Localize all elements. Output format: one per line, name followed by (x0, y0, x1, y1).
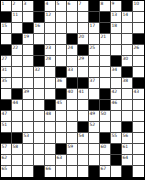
cell-r1c7[interactable] (78, 12, 89, 23)
clue-number-65: 65 (2, 166, 8, 171)
cell-r6c1[interactable] (12, 67, 23, 78)
black-cell-r6c5 (56, 67, 67, 78)
cell-r12c2[interactable]: 53 (23, 133, 34, 144)
cell-r0c6[interactable]: 6 (67, 1, 78, 12)
cell-r7c8[interactable]: 37 (89, 78, 100, 89)
clue-number-29: 29 (79, 56, 85, 61)
clue-number-20: 20 (79, 34, 85, 39)
cell-r5c4[interactable]: 28 (45, 56, 56, 67)
clue-number-30: 30 (123, 56, 129, 61)
black-cell-r3c1 (12, 34, 23, 45)
cell-r7c4[interactable] (45, 78, 56, 89)
cell-r0c5[interactable]: 5 (56, 1, 67, 12)
black-cell-r2c9 (100, 23, 111, 34)
clue-number-31: 31 (2, 67, 8, 72)
cell-r12c8[interactable] (89, 133, 100, 144)
cell-r2c8[interactable]: 17 (89, 23, 100, 34)
cell-r15c2[interactable] (23, 166, 34, 177)
clue-number-3: 3 (24, 1, 27, 6)
cell-r7c0[interactable]: 35 (1, 78, 12, 89)
black-cell-r8c5 (56, 89, 67, 100)
cell-r5c7[interactable]: 29 (78, 56, 89, 67)
clue-number-25: 25 (90, 45, 96, 50)
cell-r2c10[interactable]: 18 (111, 23, 122, 34)
black-cell-r13c10 (111, 144, 122, 155)
cell-r3c0[interactable] (1, 34, 12, 45)
cell-r10c8[interactable]: 49 (89, 111, 100, 122)
cell-r5c5[interactable] (56, 56, 67, 67)
clue-number-37: 37 (90, 78, 96, 83)
clue-number-43: 43 (134, 89, 140, 94)
cell-r12c12[interactable] (133, 133, 144, 144)
cell-r14c4[interactable] (45, 155, 56, 166)
clue-number-42: 42 (112, 89, 118, 94)
clue-number-59: 59 (68, 144, 74, 149)
clue-number-5: 5 (57, 1, 60, 6)
clue-number-54: 54 (79, 133, 85, 138)
cell-r4c2[interactable] (23, 45, 34, 56)
clue-number-7: 7 (79, 1, 82, 6)
cell-r13c0[interactable]: 57 (1, 144, 12, 155)
clue-number-40: 40 (68, 89, 74, 94)
cell-r15c5[interactable] (56, 166, 67, 177)
cell-r10c12[interactable] (133, 111, 144, 122)
clue-number-39: 39 (24, 89, 30, 94)
cell-r4c6[interactable]: 24 (67, 45, 78, 56)
cell-r12c11[interactable]: 56 (122, 133, 133, 144)
black-cell-r12c0 (1, 133, 12, 144)
clue-number-14: 14 (123, 12, 129, 17)
cell-r4c4[interactable]: 23 (45, 45, 56, 56)
clue-number-22: 22 (13, 45, 19, 50)
clue-number-48: 48 (46, 111, 52, 116)
black-cell-r14c10 (111, 155, 122, 166)
cell-r15c1[interactable] (12, 166, 23, 177)
cell-r9c5[interactable]: 45 (56, 100, 67, 111)
cell-r7c10[interactable] (111, 78, 122, 89)
cell-r0c9[interactable]: 8 (100, 1, 111, 12)
cell-r12c5[interactable] (56, 133, 67, 144)
cell-r6c9[interactable] (100, 67, 111, 78)
cell-r3c5[interactable] (56, 34, 67, 45)
black-cell-r0c8 (89, 1, 100, 12)
cell-r7c5[interactable]: 36 (56, 78, 67, 89)
cell-r5c8[interactable] (89, 56, 100, 67)
cell-r10c2[interactable] (23, 111, 34, 122)
clue-number-38: 38 (123, 78, 129, 83)
cell-r0c10[interactable]: 9 (111, 1, 122, 12)
clue-number-11: 11 (13, 12, 19, 17)
black-cell-r5c10 (111, 56, 122, 67)
black-cell-r11c11 (122, 122, 133, 133)
cell-r10c9[interactable]: 50 (100, 111, 111, 122)
cell-r0c1[interactable]: 2 (12, 1, 23, 12)
black-cell-r15c3 (34, 166, 45, 177)
black-cell-r12c9 (100, 133, 111, 144)
clue-number-9: 9 (112, 1, 115, 6)
clue-number-64: 64 (123, 155, 129, 160)
cell-r11c9[interactable] (100, 122, 111, 133)
cell-r7c1[interactable] (12, 78, 23, 89)
cell-r6c6[interactable]: 33 (67, 67, 78, 78)
cell-r6c8[interactable] (89, 67, 100, 78)
clue-number-57: 57 (2, 144, 8, 149)
cell-r14c5[interactable]: 63 (56, 155, 67, 166)
clue-number-58: 58 (13, 144, 19, 149)
clue-number-60: 60 (101, 144, 107, 149)
cell-r14c12[interactable] (133, 155, 144, 166)
cell-r13c6[interactable]: 59 (67, 144, 78, 155)
clue-number-12: 12 (46, 12, 52, 17)
black-cell-r1c9 (100, 12, 111, 23)
black-cell-r3c6 (67, 34, 78, 45)
cell-r2c6[interactable] (67, 23, 78, 34)
black-cell-r11c7 (78, 122, 89, 133)
clue-number-6: 6 (68, 1, 71, 6)
clue-number-19: 19 (24, 34, 30, 39)
clue-number-15: 15 (2, 23, 8, 28)
cell-r8c4[interactable] (45, 89, 56, 100)
cell-r15c0[interactable]: 65 (1, 166, 12, 177)
cell-r1c4[interactable]: 12 (45, 12, 56, 23)
clue-number-62: 62 (2, 155, 8, 160)
clue-number-49: 49 (90, 111, 96, 116)
cell-r10c5[interactable] (56, 111, 67, 122)
cell-r14c6[interactable] (67, 155, 78, 166)
black-cell-r7c7 (78, 78, 89, 89)
cell-r2c3[interactable]: 16 (34, 23, 45, 34)
cell-r2c4[interactable] (45, 23, 56, 34)
cell-r1c2[interactable] (23, 12, 34, 23)
cell-r2c12[interactable] (133, 23, 144, 34)
cell-r4c12[interactable]: 26 (133, 45, 144, 56)
clue-number-28: 28 (46, 56, 52, 61)
clue-number-8: 8 (101, 1, 104, 6)
cell-r14c2[interactable] (23, 155, 34, 166)
cell-r6c12[interactable] (133, 67, 144, 78)
cell-r6c7[interactable] (78, 67, 89, 78)
black-cell-r1c0 (1, 12, 12, 23)
cell-r2c11[interactable] (122, 23, 133, 34)
clue-number-66: 66 (46, 166, 52, 171)
cell-r11c10[interactable] (111, 122, 122, 133)
black-cell-r0c11 (122, 1, 133, 12)
cell-r12c6[interactable] (67, 133, 78, 144)
cell-r8c6[interactable]: 40 (67, 89, 78, 100)
clue-number-45: 45 (57, 100, 63, 105)
clue-number-36: 36 (57, 78, 63, 83)
cell-r12c10[interactable]: 55 (111, 133, 122, 144)
clue-number-21: 21 (101, 34, 107, 39)
clue-number-26: 26 (134, 45, 140, 50)
clue-number-23: 23 (46, 45, 52, 50)
cell-r0c12[interactable]: 10 (133, 1, 144, 12)
cell-r6c4[interactable] (45, 67, 56, 78)
cell-r9c7[interactable] (78, 100, 89, 111)
cell-r3c11[interactable] (122, 34, 133, 45)
cell-r6c3[interactable]: 32 (34, 67, 45, 78)
cell-r5c6[interactable] (67, 56, 78, 67)
clue-number-51: 51 (2, 122, 8, 127)
cell-r2c0[interactable]: 15 (1, 23, 12, 34)
cell-r15c9[interactable]: 67 (100, 166, 111, 177)
cell-r11c0[interactable]: 51 (1, 122, 12, 133)
black-cell-r4c0 (1, 45, 12, 56)
cell-r11c2[interactable] (23, 122, 34, 133)
cell-r5c1[interactable] (12, 56, 23, 67)
cell-r10c11[interactable] (122, 111, 133, 122)
cell-r1c10[interactable]: 13 (111, 12, 122, 23)
black-cell-r8c9 (100, 89, 111, 100)
cell-r5c0[interactable]: 27 (1, 56, 12, 67)
cell-r0c2[interactable]: 3 (23, 1, 34, 12)
cell-r0c4[interactable]: 4 (45, 1, 56, 12)
cell-r13c12[interactable] (133, 144, 144, 155)
cell-r11c5[interactable] (56, 122, 67, 133)
cell-r7c11[interactable]: 38 (122, 78, 133, 89)
cell-r14c3[interactable] (34, 155, 45, 166)
cell-r3c2[interactable]: 19 (23, 34, 34, 45)
cell-r1c6[interactable] (67, 12, 78, 23)
cell-r8c12[interactable]: 43 (133, 89, 144, 100)
clue-number-33: 33 (68, 67, 74, 72)
cell-r11c3[interactable] (34, 122, 45, 133)
cell-r15c4[interactable]: 66 (45, 166, 56, 177)
cell-r13c7[interactable] (78, 144, 89, 155)
cell-r9c11[interactable] (122, 100, 133, 111)
cell-r5c11[interactable]: 30 (122, 56, 133, 67)
cell-r13c8[interactable] (89, 144, 100, 155)
clue-number-52: 52 (90, 122, 96, 127)
cell-r12c7[interactable]: 54 (78, 133, 89, 144)
cell-r15c10[interactable] (111, 166, 122, 177)
cell-r10c3[interactable] (34, 111, 45, 122)
black-cell-r12c1 (12, 133, 23, 144)
clue-number-55: 55 (112, 133, 118, 138)
clue-number-44: 44 (13, 100, 19, 105)
cell-r8c8[interactable] (89, 89, 100, 100)
black-cell-r15c11 (122, 166, 133, 177)
cell-r8c7[interactable]: 41 (78, 89, 89, 100)
clue-number-13: 13 (112, 12, 118, 17)
cell-r4c10[interactable] (111, 45, 122, 56)
cell-r14c8[interactable] (89, 155, 100, 166)
cell-r10c6[interactable] (67, 111, 78, 122)
cell-r4c1[interactable]: 22 (12, 45, 23, 56)
cell-r14c1[interactable] (12, 155, 23, 166)
black-cell-r1c8 (89, 12, 100, 23)
crossword-grid: 1234567891011121314151617181920212223242… (0, 0, 145, 180)
cell-r11c1[interactable] (12, 122, 23, 133)
clue-number-17: 17 (90, 23, 96, 28)
cell-r1c5[interactable] (56, 12, 67, 23)
cell-r8c3[interactable] (34, 89, 45, 100)
cell-r9c1[interactable]: 44 (12, 100, 23, 111)
cell-r1c12[interactable] (133, 12, 144, 23)
clue-number-4: 4 (46, 1, 49, 6)
cell-r11c6[interactable] (67, 122, 78, 133)
black-cell-r9c9 (100, 100, 111, 111)
cell-r10c7[interactable] (78, 111, 89, 122)
cell-r10c10[interactable] (111, 111, 122, 122)
cell-r13c3[interactable] (34, 144, 45, 155)
cell-r10c1[interactable] (12, 111, 23, 122)
cell-r15c6[interactable] (67, 166, 78, 177)
clue-number-27: 27 (2, 56, 8, 61)
cell-r2c7[interactable] (78, 23, 89, 34)
cell-r12c3[interactable] (34, 133, 45, 144)
cell-r2c1[interactable] (12, 23, 23, 34)
clue-number-32: 32 (35, 67, 41, 72)
cell-r9c6[interactable] (67, 100, 78, 111)
cell-r6c2[interactable] (23, 67, 34, 78)
cell-r14c7[interactable] (78, 155, 89, 166)
cell-r9c2[interactable] (23, 100, 34, 111)
cell-r1c1[interactable]: 11 (12, 12, 23, 23)
black-cell-r2c2 (23, 23, 34, 34)
black-cell-r9c8 (89, 100, 100, 111)
cell-r3c7[interactable]: 20 (78, 34, 89, 45)
clue-number-61: 61 (123, 144, 129, 149)
cell-r9c12[interactable] (133, 100, 144, 111)
cell-r3c8[interactable] (89, 34, 100, 45)
clue-number-46: 46 (112, 100, 118, 105)
clue-number-16: 16 (35, 23, 41, 28)
cell-r3c3[interactable] (34, 34, 45, 45)
cell-r0c7[interactable]: 7 (78, 1, 89, 12)
cell-r14c9[interactable] (100, 155, 111, 166)
cell-r11c4[interactable] (45, 122, 56, 133)
clue-number-47: 47 (2, 111, 8, 116)
clue-number-50: 50 (101, 111, 107, 116)
cell-r11c8[interactable]: 52 (89, 122, 100, 133)
cell-r11c12[interactable] (133, 122, 144, 133)
clue-number-67: 67 (101, 166, 107, 171)
clue-number-10: 10 (134, 1, 140, 6)
black-cell-r7c12 (133, 78, 144, 89)
cell-r8c2[interactable]: 39 (23, 89, 34, 100)
cell-r9c3[interactable] (34, 100, 45, 111)
cell-r7c2[interactable] (23, 78, 34, 89)
cell-r14c11[interactable]: 64 (122, 155, 133, 166)
cell-r8c0[interactable] (1, 89, 12, 100)
cell-r6c10[interactable]: 34 (111, 67, 122, 78)
clue-number-34: 34 (112, 67, 118, 72)
cell-r7c9[interactable] (100, 78, 111, 89)
black-cell-r6c11 (122, 67, 133, 78)
black-cell-r3c12 (133, 34, 144, 45)
cell-r12c4[interactable] (45, 133, 56, 144)
cell-r14c0[interactable]: 62 (1, 155, 12, 166)
cell-r8c10[interactable]: 42 (111, 89, 122, 100)
cell-r15c12[interactable] (133, 166, 144, 177)
cell-r15c7[interactable] (78, 166, 89, 177)
black-cell-r8c1 (12, 89, 23, 100)
cell-r4c9[interactable] (100, 45, 111, 56)
cell-r4c5[interactable] (56, 45, 67, 56)
cell-r10c4[interactable]: 48 (45, 111, 56, 122)
black-cell-r4c3 (34, 45, 45, 56)
black-cell-r9c0 (1, 100, 12, 111)
clue-number-56: 56 (123, 133, 129, 138)
cell-r1c11[interactable]: 14 (122, 12, 133, 23)
black-cell-r15c8 (89, 166, 100, 177)
cell-r13c9[interactable]: 60 (100, 144, 111, 155)
black-cell-r4c7 (78, 45, 89, 56)
cell-r6c0[interactable]: 31 (1, 67, 12, 78)
cell-r7c3[interactable] (34, 78, 45, 89)
cell-r13c4[interactable] (45, 144, 56, 155)
cell-r8c11[interactable] (122, 89, 133, 100)
clue-number-41: 41 (79, 89, 85, 94)
cell-r3c4[interactable] (45, 34, 56, 45)
cell-r3c9[interactable]: 21 (100, 34, 111, 45)
cell-r13c2[interactable] (23, 144, 34, 155)
cell-r13c1[interactable]: 58 (12, 144, 23, 155)
clue-number-53: 53 (24, 133, 30, 138)
black-cell-r13c5 (56, 144, 67, 155)
cell-r0c0[interactable]: 1 (1, 1, 12, 12)
clue-number-18: 18 (112, 23, 118, 28)
clue-number-24: 24 (68, 45, 74, 50)
black-cell-r9c4 (45, 100, 56, 111)
clue-number-63: 63 (57, 155, 63, 160)
cell-r4c11[interactable] (122, 45, 133, 56)
cell-r3c10[interactable] (111, 34, 122, 45)
cell-r10c0[interactable]: 47 (1, 111, 12, 122)
cell-r5c12[interactable] (133, 56, 144, 67)
black-cell-r1c3 (34, 12, 45, 23)
black-cell-r7c6 (67, 78, 78, 89)
cell-r5c2[interactable] (23, 56, 34, 67)
clue-number-2: 2 (13, 1, 16, 6)
clue-number-35: 35 (2, 78, 8, 83)
cell-r9c10[interactable]: 46 (111, 100, 122, 111)
clue-number-1: 1 (2, 1, 5, 6)
black-cell-r0c3 (34, 1, 45, 12)
cell-r13c11[interactable]: 61 (122, 144, 133, 155)
cell-r4c8[interactable]: 25 (89, 45, 100, 56)
cell-r2c5[interactable] (56, 23, 67, 34)
black-cell-r5c3 (34, 56, 45, 67)
cell-r5c9[interactable] (100, 56, 111, 67)
